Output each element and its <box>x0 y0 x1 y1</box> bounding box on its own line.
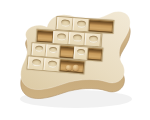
finger-recess-icon <box>72 34 81 42</box>
finger-recess-icon <box>47 60 57 68</box>
open-compartment <box>59 59 84 73</box>
slider-cover[interactable] <box>53 31 70 44</box>
open-compartment <box>89 19 114 33</box>
treat[interactable] <box>73 64 80 71</box>
slider-cover[interactable] <box>32 43 47 56</box>
product-photo-stage <box>0 0 150 120</box>
treat[interactable] <box>66 65 72 71</box>
finger-recess-icon <box>88 35 97 43</box>
slider-cover[interactable] <box>46 44 61 57</box>
open-compartment <box>87 48 102 61</box>
slider-cover[interactable] <box>57 17 74 30</box>
slider-cover[interactable] <box>69 32 86 45</box>
finger-recess-icon <box>76 20 85 28</box>
open-compartment <box>60 45 75 58</box>
slider-cover[interactable] <box>74 47 89 60</box>
finger-recess-icon <box>49 47 57 54</box>
finger-recess-icon <box>77 49 85 56</box>
finger-recess-icon <box>56 33 65 41</box>
finger-recess-icon <box>35 46 43 53</box>
slider-cover[interactable] <box>44 58 61 71</box>
finger-recess-icon <box>31 59 41 67</box>
slider-cover[interactable] <box>73 18 90 31</box>
open-compartment <box>37 30 54 43</box>
finger-recess-icon <box>60 19 69 27</box>
slot-tracks <box>0 0 150 120</box>
slider-cover[interactable] <box>85 33 102 46</box>
slider-cover[interactable] <box>28 57 45 70</box>
